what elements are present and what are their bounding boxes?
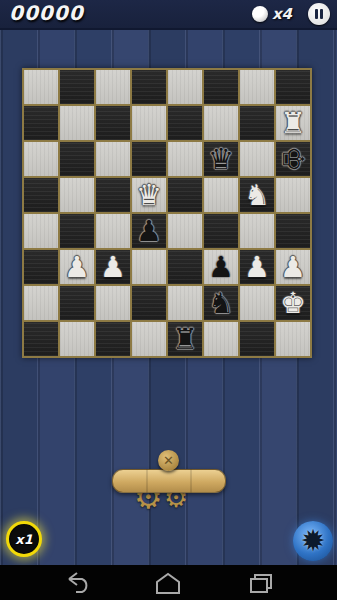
square-e1[interactable]: ♜ [168,322,202,356]
square-c7[interactable] [96,106,130,140]
pinwheel-icon: ✹ [300,521,325,561]
square-g7[interactable] [240,106,274,140]
square-g2[interactable] [240,286,274,320]
square-g1[interactable] [240,322,274,356]
square-f5[interactable] [204,178,238,212]
crank-lever-handle[interactable] [112,469,226,493]
recents-icon [244,570,278,596]
white-pawn-g3[interactable]: ♟ [244,250,270,284]
square-c5[interactable] [96,178,130,212]
square-d1[interactable] [132,322,166,356]
black-pawn-f3[interactable]: ♟ [208,250,234,284]
square-h3[interactable]: ♟ [276,250,310,284]
back-icon [59,570,93,596]
square-e5[interactable] [168,178,202,212]
square-h7[interactable]: ♜ [276,106,310,140]
square-a7[interactable] [24,106,58,140]
square-f4[interactable] [204,214,238,248]
top-bar: 00000 x4 [0,0,337,30]
game-screen: 00000 x4 ♜♛♚♛♞♟♟♟♟♟♟♞♚♜ ✕ ⚙ ⚙ x1 ✹ [0,0,337,600]
pause-button[interactable] [308,3,330,25]
square-b5[interactable] [60,178,94,212]
home-button[interactable] [138,568,198,598]
square-c1[interactable] [96,322,130,356]
white-queen-d5[interactable]: ♛ [136,178,162,212]
hint-ball-icon [252,6,268,22]
square-h4[interactable] [276,214,310,248]
square-c6[interactable] [96,142,130,176]
square-b3[interactable]: ♟ [60,250,94,284]
square-d8[interactable] [132,70,166,104]
square-a2[interactable] [24,286,58,320]
square-b6[interactable] [60,142,94,176]
white-knight-g5[interactable]: ♞ [244,178,270,212]
square-h6[interactable]: ♚ [276,142,310,176]
square-f7[interactable] [204,106,238,140]
square-g8[interactable] [240,70,274,104]
square-h2[interactable]: ♚ [276,286,310,320]
square-c8[interactable] [96,70,130,104]
square-a3[interactable] [24,250,58,284]
square-f3[interactable]: ♟ [204,250,238,284]
hint-count-label: x4 [272,5,292,23]
white-pawn-c3[interactable]: ♟ [100,250,126,284]
square-e4[interactable] [168,214,202,248]
square-a5[interactable] [24,178,58,212]
black-king-h6[interactable]: ♚ [276,146,310,172]
black-knight-f2[interactable]: ♞ [208,286,234,320]
white-rook-h7[interactable]: ♜ [280,106,306,140]
square-h8[interactable] [276,70,310,104]
square-b7[interactable] [60,106,94,140]
square-g5[interactable]: ♞ [240,178,274,212]
square-h5[interactable] [276,178,310,212]
chess-board: ♜♛♚♛♞♟♟♟♟♟♟♞♚♜ [22,68,312,358]
square-d7[interactable] [132,106,166,140]
black-pawn-d4[interactable]: ♟ [136,214,162,248]
square-b4[interactable] [60,214,94,248]
square-g3[interactable]: ♟ [240,250,274,284]
square-f6[interactable]: ♛ [204,142,238,176]
square-f1[interactable] [204,322,238,356]
square-e2[interactable] [168,286,202,320]
hint-counter[interactable]: x4 [252,3,292,25]
square-f2[interactable]: ♞ [204,286,238,320]
white-pawn-b3[interactable]: ♟ [64,250,90,284]
square-d2[interactable] [132,286,166,320]
multiplier-label: x1 [15,532,32,547]
square-a6[interactable] [24,142,58,176]
square-g6[interactable] [240,142,274,176]
square-d5[interactable]: ♛ [132,178,166,212]
square-b2[interactable] [60,286,94,320]
square-e3[interactable] [168,250,202,284]
black-rook-e1[interactable]: ♜ [172,322,198,356]
square-e6[interactable] [168,142,202,176]
square-d6[interactable] [132,142,166,176]
square-a1[interactable] [24,322,58,356]
square-e7[interactable] [168,106,202,140]
square-g4[interactable] [240,214,274,248]
square-c3[interactable]: ♟ [96,250,130,284]
square-b8[interactable] [60,70,94,104]
pinwheel-button[interactable]: ✹ [293,521,333,561]
square-a8[interactable] [24,70,58,104]
square-h1[interactable] [276,322,310,356]
square-d4[interactable]: ♟ [132,214,166,248]
square-e8[interactable] [168,70,202,104]
black-queen-f6[interactable]: ♛ [208,142,234,176]
white-pawn-h3[interactable]: ♟ [280,250,306,284]
recents-button[interactable] [231,568,291,598]
score-display: 00000 [9,1,84,25]
crank-screw-icon: ✕ [158,450,179,471]
score-multiplier-badge: x1 [6,521,42,557]
home-icon [151,570,185,596]
square-d3[interactable] [132,250,166,284]
square-c4[interactable] [96,214,130,248]
square-b1[interactable] [60,322,94,356]
back-button[interactable] [46,568,106,598]
square-a4[interactable] [24,214,58,248]
android-nav-bar [0,565,337,600]
square-c2[interactable] [96,286,130,320]
square-f8[interactable] [204,70,238,104]
white-king-h2[interactable]: ♚ [280,286,306,320]
